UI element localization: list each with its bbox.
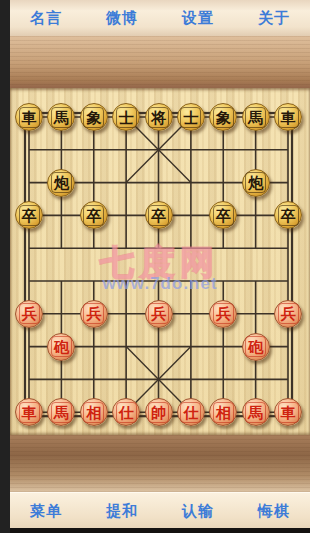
piece-frame: 兵 [83, 303, 104, 324]
piece-character: 車 [281, 110, 296, 125]
piece-rC-17[interactable]: 砲 [47, 333, 75, 361]
piece-character: 炮 [54, 176, 69, 191]
piece-character: 象 [86, 110, 101, 125]
piece-rA-59[interactable]: 仕 [177, 398, 205, 426]
piece-rN-79[interactable]: 馬 [242, 398, 270, 426]
piece-character: 卒 [86, 208, 101, 223]
undo-move-button[interactable]: 悔棋 [258, 493, 290, 529]
piece-bA-50[interactable]: 士 [177, 103, 205, 131]
piece-bB-20[interactable]: 象 [80, 103, 108, 131]
piece-frame: 士 [180, 107, 201, 128]
piece-bP-43[interactable]: 卒 [145, 201, 173, 229]
piece-frame: 卒 [83, 205, 104, 226]
piece-character: 卒 [216, 208, 231, 223]
piece-character: 兵 [86, 307, 101, 322]
piece-rP-86[interactable]: 兵 [274, 300, 302, 328]
piece-character: 砲 [54, 340, 69, 355]
piece-character: 仕 [119, 405, 134, 420]
piece-character: 象 [216, 110, 231, 125]
piece-bA-30[interactable]: 士 [112, 103, 140, 131]
piece-frame: 車 [19, 402, 40, 423]
piece-rK-49[interactable]: 帥 [145, 398, 173, 426]
piece-frame: 兵 [213, 303, 234, 324]
piece-character: 相 [86, 405, 101, 420]
piece-character: 卒 [281, 208, 296, 223]
piece-frame: 砲 [51, 336, 72, 357]
piece-character: 砲 [248, 340, 263, 355]
piece-character: 馬 [248, 110, 263, 125]
resign-button[interactable]: 认输 [182, 493, 214, 529]
piece-bR-00[interactable]: 車 [15, 103, 43, 131]
piece-rC-77[interactable]: 砲 [242, 333, 270, 361]
bottom-action-bar: 菜单 提和 认输 悔棋 [10, 492, 310, 528]
piece-character: 仕 [183, 405, 198, 420]
piece-character: 兵 [151, 307, 166, 322]
piece-character: 兵 [281, 307, 296, 322]
piece-character: 馬 [54, 405, 69, 420]
piece-frame: 将 [148, 107, 169, 128]
piece-character: 馬 [54, 110, 69, 125]
table-wood-bottom [10, 435, 310, 492]
piece-bC-12[interactable]: 炮 [47, 169, 75, 197]
top-menu-bar: 名言 微博 设置 关于 [10, 0, 310, 36]
piece-character: 兵 [22, 307, 37, 322]
piece-frame: 卒 [213, 205, 234, 226]
piece-frame: 車 [19, 107, 40, 128]
piece-frame: 仕 [116, 402, 137, 423]
piece-character: 帥 [151, 405, 166, 420]
piece-rB-29[interactable]: 相 [80, 398, 108, 426]
piece-frame: 車 [278, 402, 299, 423]
piece-frame: 馬 [51, 402, 72, 423]
piece-bC-72[interactable]: 炮 [242, 169, 270, 197]
piece-rR-09[interactable]: 車 [15, 398, 43, 426]
piece-character: 士 [183, 110, 198, 125]
piece-frame: 馬 [245, 107, 266, 128]
piece-character: 相 [216, 405, 231, 420]
piece-frame: 卒 [19, 205, 40, 226]
piece-frame: 兵 [19, 303, 40, 324]
menu-item-about[interactable]: 关于 [258, 0, 290, 36]
menu-button[interactable]: 菜单 [30, 493, 62, 529]
piece-bN-70[interactable]: 馬 [242, 103, 270, 131]
piece-frame: 相 [83, 402, 104, 423]
piece-rR-89[interactable]: 車 [274, 398, 302, 426]
piece-frame: 兵 [148, 303, 169, 324]
piece-bR-80[interactable]: 車 [274, 103, 302, 131]
piece-frame: 仕 [180, 402, 201, 423]
piece-frame: 炮 [245, 172, 266, 193]
xiangqi-board[interactable]: 七度网 www.7do.net 車馬象士将士象馬車炮炮卒卒卒卒卒兵兵兵兵兵砲砲車… [10, 88, 310, 435]
piece-character: 卒 [151, 208, 166, 223]
piece-character: 将 [151, 110, 166, 125]
piece-character: 卒 [22, 208, 37, 223]
board-grid-lines [10, 88, 310, 435]
piece-rP-26[interactable]: 兵 [80, 300, 108, 328]
piece-frame: 炮 [51, 172, 72, 193]
offer-draw-button[interactable]: 提和 [106, 493, 138, 529]
piece-frame: 象 [213, 107, 234, 128]
piece-frame: 卒 [148, 205, 169, 226]
piece-frame: 象 [83, 107, 104, 128]
piece-character: 車 [22, 110, 37, 125]
screen-bottom-strip [10, 528, 310, 533]
menu-item-settings[interactable]: 设置 [182, 0, 214, 36]
piece-frame: 砲 [245, 336, 266, 357]
piece-frame: 兵 [278, 303, 299, 324]
piece-frame: 士 [116, 107, 137, 128]
piece-frame: 卒 [278, 205, 299, 226]
piece-bK-40[interactable]: 将 [145, 103, 173, 131]
piece-character: 士 [119, 110, 134, 125]
xiangqi-app-screen: 名言 微博 设置 关于 [10, 0, 310, 533]
piece-character: 車 [281, 405, 296, 420]
menu-item-weibo[interactable]: 微博 [106, 0, 138, 36]
piece-character: 炮 [248, 176, 263, 191]
piece-rP-46[interactable]: 兵 [145, 300, 173, 328]
menu-item-quotes[interactable]: 名言 [30, 0, 62, 36]
table-wood-top [10, 36, 310, 88]
piece-frame: 馬 [51, 107, 72, 128]
piece-character: 馬 [248, 405, 263, 420]
piece-rP-06[interactable]: 兵 [15, 300, 43, 328]
piece-bP-23[interactable]: 卒 [80, 201, 108, 229]
piece-frame: 相 [213, 402, 234, 423]
piece-rP-66[interactable]: 兵 [209, 300, 237, 328]
piece-frame: 帥 [148, 402, 169, 423]
piece-character: 兵 [216, 307, 231, 322]
piece-character: 車 [22, 405, 37, 420]
piece-frame: 馬 [245, 402, 266, 423]
piece-frame: 車 [278, 107, 299, 128]
